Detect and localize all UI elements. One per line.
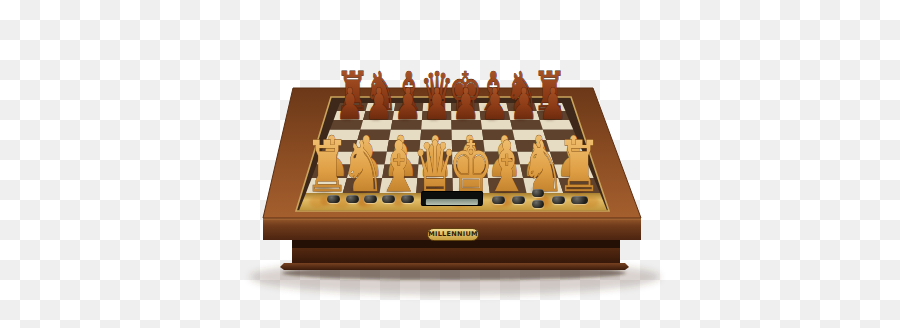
brand-badge: MILLENNIUM	[427, 228, 479, 241]
piece-white-r-h1: ♜	[556, 126, 601, 207]
piece-black-p-c7: ♟	[394, 78, 422, 129]
left-button-2[interactable]	[346, 195, 359, 203]
lcd-display	[421, 191, 483, 206]
left-button-3[interactable]	[364, 195, 377, 203]
piece-black-p-g7: ♟	[510, 78, 538, 129]
chessboard-render: ♜♞♝♛♚♝♞♜♟♟♟♟♟♟♟♟♟♟♟♟♟♟♟♟♜♞♝♛♚♝♞♜	[0, 0, 900, 328]
piece-black-p-a7: ♟	[336, 78, 364, 129]
right-wide-button[interactable]	[571, 196, 588, 204]
piece-black-p-e7: ♟	[452, 78, 480, 129]
right-up-button[interactable]	[532, 189, 544, 197]
lcd-screen	[426, 199, 478, 205]
product-photo-millennium-chess-computer: ♜♞♝♛♚♝♞♜♟♟♟♟♟♟♟♟♟♟♟♟♟♟♟♟♜♞♝♛♚♝♞♜ MILLENN…	[0, 0, 900, 328]
left-button-1[interactable]	[327, 195, 340, 203]
right-button-1[interactable]	[492, 196, 505, 204]
piece-black-p-d7: ♟	[423, 78, 451, 129]
piece-black-p-b7: ♟	[365, 78, 393, 129]
left-button-4[interactable]	[382, 195, 395, 203]
piece-black-p-h7: ♟	[539, 78, 567, 129]
left-button-5[interactable]	[401, 195, 414, 203]
brand-badge-text: MILLENNIUM	[428, 231, 478, 238]
right-button-3[interactable]	[552, 196, 565, 204]
right-down-button[interactable]	[532, 200, 544, 208]
right-button-2[interactable]	[512, 196, 525, 204]
piece-black-p-f7: ♟	[481, 78, 509, 129]
